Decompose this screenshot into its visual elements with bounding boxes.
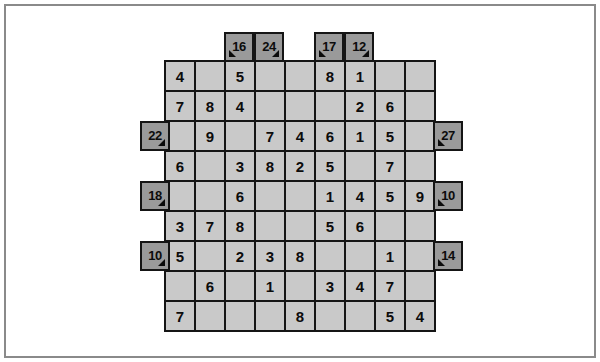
grid-cell-r8c6 xyxy=(345,301,375,331)
grid-cell-r4c5: 1 xyxy=(315,181,345,211)
grid-cell-r8c3 xyxy=(255,301,285,331)
grid-cell-r2c2 xyxy=(225,121,255,151)
top-clue-cell: 16 xyxy=(224,32,254,62)
grid-cell-r3c4: 2 xyxy=(285,151,315,181)
grid-cell-r5c6: 6 xyxy=(345,211,375,241)
top-clue-cell: 12 xyxy=(344,32,374,62)
grid-cell-r1c3 xyxy=(255,91,285,121)
right-clue-cell: 10 xyxy=(433,181,463,211)
grid-cell-r3c1 xyxy=(195,151,225,181)
grid-cell-r0c3 xyxy=(255,61,285,91)
grid-cell-r1c5 xyxy=(315,91,345,121)
grid-cell-r0c5: 8 xyxy=(315,61,345,91)
grid-cell-r5c0: 3 xyxy=(165,211,195,241)
grid-cell-r3c5: 5 xyxy=(315,151,345,181)
grid-cell-r7c3: 1 xyxy=(255,271,285,301)
grid-cell-r2c4: 4 xyxy=(285,121,315,151)
grid-cell-r6c1 xyxy=(195,241,225,271)
grid-cell-r6c2: 2 xyxy=(225,241,255,271)
grid-cell-r6c7: 1 xyxy=(375,241,405,271)
grid-cell-r4c3 xyxy=(255,181,285,211)
grid-cell-r2c3: 7 xyxy=(255,121,285,151)
top-clue-cell: 24 xyxy=(254,32,284,62)
puzzle-page: { "game": "little-killer-style diagonal-… xyxy=(0,0,600,362)
grid-cell-r3c2: 3 xyxy=(225,151,255,181)
grid-cell-r0c6: 1 xyxy=(345,61,375,91)
grid-cell-r2c5: 6 xyxy=(315,121,345,151)
grid-cell-r4c6: 4 xyxy=(345,181,375,211)
grid-cell-r7c6: 4 xyxy=(345,271,375,301)
grid-cell-r8c8: 4 xyxy=(405,301,435,331)
grid-cell-r0c7 xyxy=(375,61,405,91)
grid-cell-r4c1 xyxy=(195,181,225,211)
grid-cell-r0c0: 4 xyxy=(165,61,195,91)
grid-cell-r5c7 xyxy=(375,211,405,241)
puzzle-grid: 4581784269746156382576145937856523816134… xyxy=(164,60,436,332)
grid-cell-r7c2 xyxy=(225,271,255,301)
left-clue-cell: 10 xyxy=(140,241,170,271)
grid-cell-r3c3: 8 xyxy=(255,151,285,181)
grid-cell-r7c4 xyxy=(285,271,315,301)
grid-cell-r7c1: 6 xyxy=(195,271,225,301)
grid-cell-r6c4: 8 xyxy=(285,241,315,271)
grid-cell-r3c0: 6 xyxy=(165,151,195,181)
grid-cell-r8c1 xyxy=(195,301,225,331)
grid-cell-r7c0 xyxy=(165,271,195,301)
arrow-down-left-icon xyxy=(229,50,236,57)
top-clue-cell: 17 xyxy=(314,32,344,62)
right-clue-cell: 27 xyxy=(433,121,463,151)
grid-cell-r6c8 xyxy=(405,241,435,271)
grid-cell-r5c3 xyxy=(255,211,285,241)
right-clue-cell: 14 xyxy=(433,241,463,271)
left-clue-cell: 18 xyxy=(140,181,170,211)
grid-cell-r8c7: 5 xyxy=(375,301,405,331)
grid-cell-r6c5 xyxy=(315,241,345,271)
grid-cell-r2c8 xyxy=(405,121,435,151)
grid-cell-r1c1: 8 xyxy=(195,91,225,121)
grid-cell-r1c2: 4 xyxy=(225,91,255,121)
arrow-down-right-icon xyxy=(158,139,165,146)
grid-cell-r1c0: 7 xyxy=(165,91,195,121)
grid-cell-r3c6 xyxy=(345,151,375,181)
grid-cell-r2c7: 5 xyxy=(375,121,405,151)
grid-cell-r1c8 xyxy=(405,91,435,121)
grid-cell-r5c1: 7 xyxy=(195,211,225,241)
arrow-down-right-icon xyxy=(158,199,165,206)
grid-cell-r6c3: 3 xyxy=(255,241,285,271)
grid-cell-r1c6: 2 xyxy=(345,91,375,121)
grid-cell-r3c7: 7 xyxy=(375,151,405,181)
grid-cell-r0c2: 5 xyxy=(225,61,255,91)
arrow-down-left-icon xyxy=(438,259,445,266)
grid-cell-r0c4 xyxy=(285,61,315,91)
grid-cell-r7c5: 3 xyxy=(315,271,345,301)
arrow-down-left-icon xyxy=(438,139,445,146)
arrow-down-right-icon xyxy=(362,50,369,57)
left-clue-cell: 22 xyxy=(140,121,170,151)
grid-cell-r7c7: 7 xyxy=(375,271,405,301)
grid-cell-r0c1 xyxy=(195,61,225,91)
grid-cell-r0c8 xyxy=(405,61,435,91)
grid-cell-r8c4: 8 xyxy=(285,301,315,331)
grid-cell-r4c8: 9 xyxy=(405,181,435,211)
grid-cell-r2c6: 1 xyxy=(345,121,375,151)
grid-cell-r5c2: 8 xyxy=(225,211,255,241)
grid-cell-r8c2 xyxy=(225,301,255,331)
arrow-down-left-icon xyxy=(438,199,445,206)
arrow-down-left-icon xyxy=(319,50,326,57)
grid-cell-r7c8 xyxy=(405,271,435,301)
grid-cell-r5c4 xyxy=(285,211,315,241)
grid-cell-r4c2: 6 xyxy=(225,181,255,211)
grid-cell-r1c4 xyxy=(285,91,315,121)
grid-cell-r2c1: 9 xyxy=(195,121,225,151)
grid-cell-r8c5 xyxy=(315,301,345,331)
grid-cell-r3c8 xyxy=(405,151,435,181)
arrow-down-right-icon xyxy=(158,259,165,266)
grid-cell-r5c5: 5 xyxy=(315,211,345,241)
grid-cell-r8c0: 7 xyxy=(165,301,195,331)
grid-cell-r5c8 xyxy=(405,211,435,241)
grid-cell-r4c4 xyxy=(285,181,315,211)
arrow-down-right-icon xyxy=(272,50,279,57)
grid-cell-r1c7: 6 xyxy=(375,91,405,121)
grid-cell-r4c7: 5 xyxy=(375,181,405,211)
grid-cell-r6c6 xyxy=(345,241,375,271)
